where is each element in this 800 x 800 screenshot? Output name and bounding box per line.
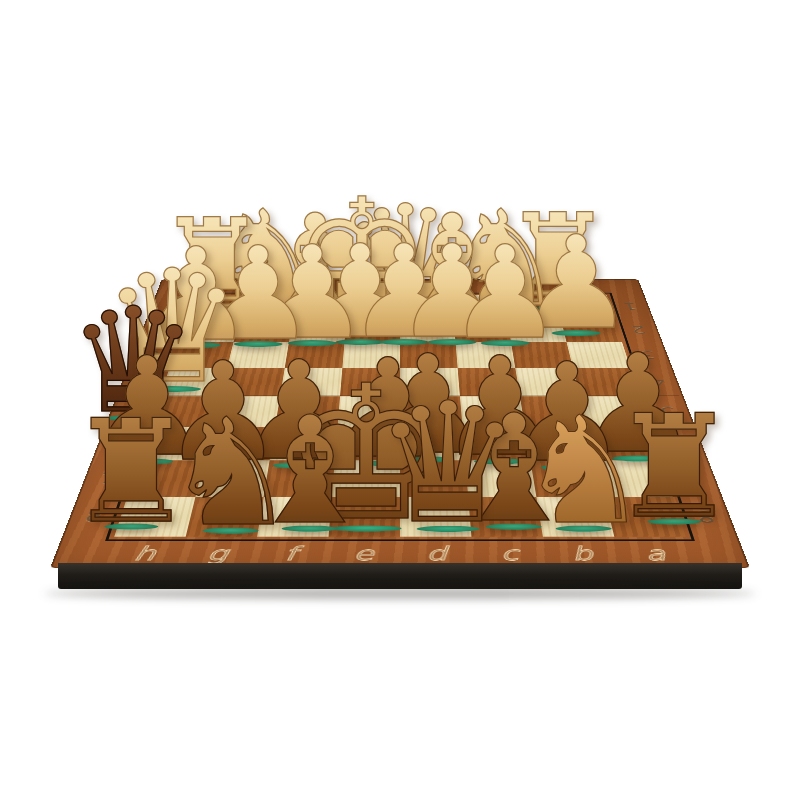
black-knight-b8[interactable]: ♞ [518, 411, 651, 532]
product-photo-scene: 12345678 12345678 hgfedcba ♜♞♝♚♛♝♞♜♟♟♟♟♟… [0, 0, 800, 800]
pieces-layer: ♜♞♝♚♛♝♞♜♟♟♟♟♟♟♟♟♟♟♟♟♟♟♟♟♜♞♝♚♛♝♞♜♛♛ [0, 0, 800, 800]
black-queen-d8[interactable]: ♛ [374, 396, 523, 532]
black-knight-glyph: ♞ [518, 411, 651, 532]
black-queen-glyph: ♛ [374, 396, 523, 532]
black-knight-glyph: ♞ [165, 413, 298, 534]
black-knight-g8[interactable]: ♞ [165, 413, 298, 534]
